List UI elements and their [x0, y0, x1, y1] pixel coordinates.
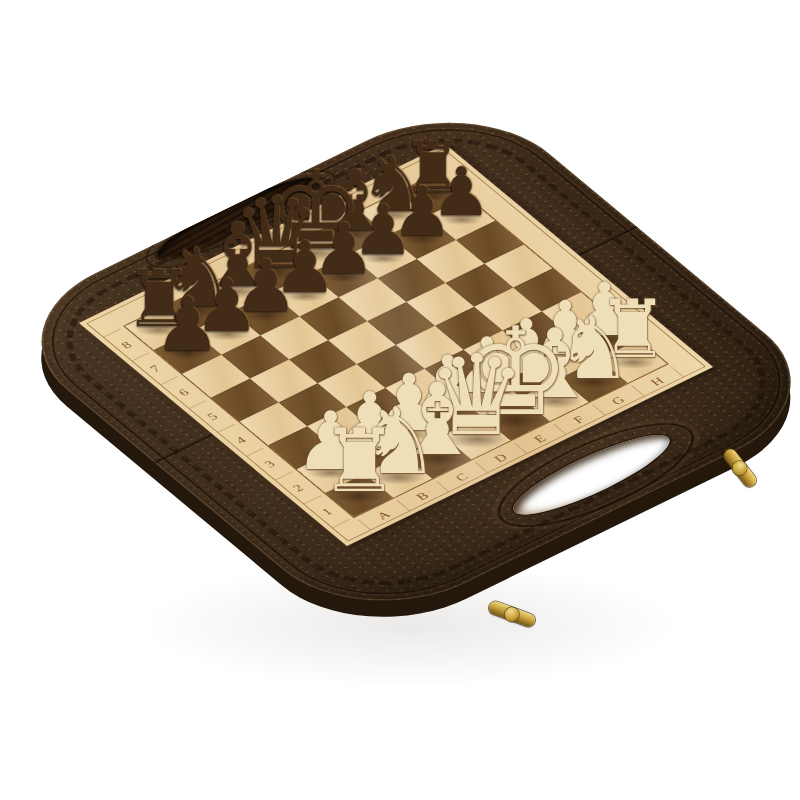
brass-clasp-right [721, 447, 758, 490]
clasps-layer [0, 0, 800, 800]
brass-clasp-bottom [487, 600, 537, 629]
chess-case-photo: ABCDEFGH12345678 ♜♞♟♝♟♚♟♛♟♝♟♞♟♜♟♟♟♟♜♟♞♟♝… [0, 0, 800, 800]
